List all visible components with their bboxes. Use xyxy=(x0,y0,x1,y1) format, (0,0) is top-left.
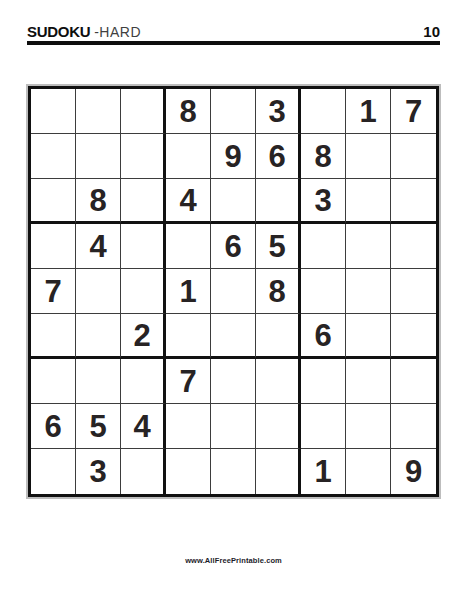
cell-r4c7[interactable] xyxy=(301,224,346,269)
cell-r2c2[interactable] xyxy=(76,134,121,179)
cell-r1c8[interactable]: 1 xyxy=(346,89,391,134)
cell-r9c2[interactable]: 3 xyxy=(76,449,121,494)
cell-r2c9[interactable] xyxy=(391,134,436,179)
cell-r5c3[interactable] xyxy=(121,269,166,314)
cell-r4c8[interactable] xyxy=(346,224,391,269)
cell-r5c2[interactable] xyxy=(76,269,121,314)
cell-r9c1[interactable] xyxy=(31,449,76,494)
cell-r1c9[interactable]: 7 xyxy=(391,89,436,134)
cell-r2c3[interactable] xyxy=(121,134,166,179)
cell-r7c6[interactable] xyxy=(256,359,301,404)
cell-r8c9[interactable] xyxy=(391,404,436,449)
page-title: SUDOKU xyxy=(27,23,90,40)
cell-r6c4[interactable] xyxy=(166,314,211,359)
cell-r8c1[interactable]: 6 xyxy=(31,404,76,449)
cell-r3c7[interactable]: 3 xyxy=(301,179,346,224)
cell-r9c8[interactable] xyxy=(346,449,391,494)
cell-r4c9[interactable] xyxy=(391,224,436,269)
cell-r7c1[interactable] xyxy=(31,359,76,404)
cell-r3c5[interactable] xyxy=(211,179,256,224)
cell-r7c4[interactable]: 7 xyxy=(166,359,211,404)
cell-r3c2[interactable]: 8 xyxy=(76,179,121,224)
cell-r6c2[interactable] xyxy=(76,314,121,359)
cell-r6c8[interactable] xyxy=(346,314,391,359)
cell-r3c8[interactable] xyxy=(346,179,391,224)
cell-r9c7[interactable]: 1 xyxy=(301,449,346,494)
cell-r6c1[interactable] xyxy=(31,314,76,359)
cell-r6c6[interactable] xyxy=(256,314,301,359)
cell-r8c4[interactable] xyxy=(166,404,211,449)
cell-r7c7[interactable] xyxy=(301,359,346,404)
cell-r9c4[interactable] xyxy=(166,449,211,494)
cell-r5c8[interactable] xyxy=(346,269,391,314)
cell-r5c7[interactable] xyxy=(301,269,346,314)
cell-r1c4[interactable]: 8 xyxy=(166,89,211,134)
cell-r6c3[interactable]: 2 xyxy=(121,314,166,359)
cell-r1c1[interactable] xyxy=(31,89,76,134)
cell-r8c8[interactable] xyxy=(346,404,391,449)
cell-r9c5[interactable] xyxy=(211,449,256,494)
cell-r7c8[interactable] xyxy=(346,359,391,404)
cell-r4c3[interactable] xyxy=(121,224,166,269)
page-number: 10 xyxy=(423,23,440,40)
page-header: SUDOKU -HARD 10 xyxy=(27,0,440,45)
cell-r9c3[interactable] xyxy=(121,449,166,494)
cell-r6c9[interactable] xyxy=(391,314,436,359)
cell-r1c6[interactable]: 3 xyxy=(256,89,301,134)
cell-r5c1[interactable]: 7 xyxy=(31,269,76,314)
cell-r9c6[interactable] xyxy=(256,449,301,494)
cell-r6c7[interactable]: 6 xyxy=(301,314,346,359)
cell-r2c7[interactable]: 8 xyxy=(301,134,346,179)
cell-r8c6[interactable] xyxy=(256,404,301,449)
cell-r6c5[interactable] xyxy=(211,314,256,359)
cell-r1c2[interactable] xyxy=(76,89,121,134)
cell-r4c4[interactable] xyxy=(166,224,211,269)
cell-r7c3[interactable] xyxy=(121,359,166,404)
cell-r4c5[interactable]: 6 xyxy=(211,224,256,269)
cell-r3c4[interactable]: 4 xyxy=(166,179,211,224)
cell-r2c4[interactable] xyxy=(166,134,211,179)
cell-r3c6[interactable] xyxy=(256,179,301,224)
cell-r1c3[interactable] xyxy=(121,89,166,134)
cell-r5c5[interactable] xyxy=(211,269,256,314)
cell-r4c6[interactable]: 5 xyxy=(256,224,301,269)
cell-r5c6[interactable]: 8 xyxy=(256,269,301,314)
grid-container: 8317968843465718267654319 xyxy=(0,86,467,497)
cell-r3c1[interactable] xyxy=(31,179,76,224)
cell-r8c5[interactable] xyxy=(211,404,256,449)
cell-r4c2[interactable]: 4 xyxy=(76,224,121,269)
cell-r2c1[interactable] xyxy=(31,134,76,179)
cell-r2c8[interactable] xyxy=(346,134,391,179)
cell-r7c9[interactable] xyxy=(391,359,436,404)
cell-r8c3[interactable]: 4 xyxy=(121,404,166,449)
cell-r2c6[interactable]: 6 xyxy=(256,134,301,179)
cell-r8c2[interactable]: 5 xyxy=(76,404,121,449)
cell-r1c7[interactable] xyxy=(301,89,346,134)
cell-r9c9[interactable]: 9 xyxy=(391,449,436,494)
cell-r3c3[interactable] xyxy=(121,179,166,224)
cell-r8c7[interactable] xyxy=(301,404,346,449)
sudoku-grid: 8317968843465718267654319 xyxy=(28,86,439,497)
cell-r2c5[interactable]: 9 xyxy=(211,134,256,179)
cell-r4c1[interactable] xyxy=(31,224,76,269)
cell-r3c9[interactable] xyxy=(391,179,436,224)
cell-r5c9[interactable] xyxy=(391,269,436,314)
cell-r1c5[interactable] xyxy=(211,89,256,134)
header-title-group: SUDOKU -HARD xyxy=(27,23,141,40)
cell-r7c5[interactable] xyxy=(211,359,256,404)
cell-r5c4[interactable]: 1 xyxy=(166,269,211,314)
difficulty-label: -HARD xyxy=(94,24,141,40)
footer-website: www.AllFreePrintable.com xyxy=(0,556,467,565)
cell-r7c2[interactable] xyxy=(76,359,121,404)
